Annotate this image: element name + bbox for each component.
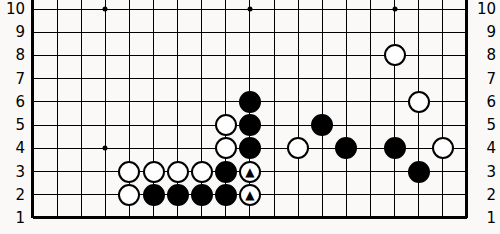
intersection-G3[interactable] xyxy=(166,160,190,183)
stone-white-H3[interactable] xyxy=(191,161,213,183)
intersection-N6[interactable] xyxy=(310,90,334,113)
intersection-H2[interactable] xyxy=(190,183,214,206)
intersection-F3[interactable] xyxy=(141,160,165,183)
row-label-left-2: 2 xyxy=(0,187,25,203)
intersection-E10[interactable] xyxy=(117,0,141,21)
intersection-R4[interactable] xyxy=(407,137,431,160)
intersection-P1[interactable] xyxy=(358,206,382,229)
row-label-right-9: 9 xyxy=(471,24,496,40)
intersection-G9[interactable] xyxy=(166,21,190,44)
stone-black-N5[interactable] xyxy=(311,114,333,136)
row-label-left-5: 5 xyxy=(0,117,25,133)
intersection-S3[interactable] xyxy=(431,160,455,183)
intersection-H5[interactable] xyxy=(190,113,214,136)
intersection-P6[interactable] xyxy=(358,90,382,113)
intersection-B3[interactable] xyxy=(45,160,69,183)
stone-black-K5[interactable] xyxy=(239,114,261,136)
intersection-F5[interactable] xyxy=(141,113,165,136)
intersection-E2[interactable] xyxy=(117,183,141,206)
intersection-L2[interactable] xyxy=(262,183,286,206)
intersection-Q3[interactable] xyxy=(383,160,407,183)
row-label-left-8: 8 xyxy=(0,47,25,63)
intersection-H3[interactable] xyxy=(190,160,214,183)
intersection-B9[interactable] xyxy=(45,21,69,44)
row-label-left-3: 3 xyxy=(0,164,25,180)
intersection-Q6[interactable] xyxy=(383,90,407,113)
intersection-E3[interactable] xyxy=(117,160,141,183)
intersection-O6[interactable] xyxy=(334,90,358,113)
intersection-N4[interactable] xyxy=(310,137,334,160)
stone-black-H2[interactable] xyxy=(191,184,213,206)
intersection-J8[interactable] xyxy=(214,44,238,67)
intersection-D3[interactable] xyxy=(93,160,117,183)
row-label-right-2: 2 xyxy=(471,187,496,203)
intersection-R1[interactable] xyxy=(407,206,431,229)
row-label-right-3: 3 xyxy=(471,164,496,180)
intersection-O7[interactable] xyxy=(334,67,358,90)
intersection-C1[interactable] xyxy=(69,206,93,229)
stone-white-E2[interactable] xyxy=(118,184,140,206)
intersection-O2[interactable] xyxy=(334,183,358,206)
intersection-M3[interactable] xyxy=(286,160,310,183)
intersection-L4[interactable] xyxy=(262,137,286,160)
stone-white-J4[interactable] xyxy=(215,137,237,159)
intersection-P5[interactable] xyxy=(358,113,382,136)
stone-white-R6[interactable] xyxy=(408,91,430,113)
row-label-left-10: 10 xyxy=(0,1,25,17)
intersection-P10[interactable] xyxy=(358,0,382,21)
intersection-G6[interactable] xyxy=(166,90,190,113)
intersection-K4[interactable] xyxy=(238,137,262,160)
intersection-E7[interactable] xyxy=(117,67,141,90)
intersection-S6[interactable] xyxy=(431,90,455,113)
intersection-K3[interactable]: ▲ xyxy=(238,160,262,183)
intersection-O9[interactable] xyxy=(334,21,358,44)
star-point-D10 xyxy=(103,7,108,12)
row-label-left-6: 6 xyxy=(0,94,25,110)
stone-black-J3[interactable] xyxy=(215,161,237,183)
intersection-S5[interactable] xyxy=(431,113,455,136)
intersection-E9[interactable] xyxy=(117,21,141,44)
intersection-C8[interactable] xyxy=(69,44,93,67)
intersection-Q2[interactable] xyxy=(383,183,407,206)
stone-white-E3[interactable] xyxy=(118,161,140,183)
stone-white-K2[interactable]: ▲ xyxy=(239,184,261,206)
intersection-H1[interactable] xyxy=(190,206,214,229)
intersection-K2[interactable]: ▲ xyxy=(238,183,262,206)
stone-white-K3[interactable]: ▲ xyxy=(239,161,261,183)
row-label-right-10: 10 xyxy=(471,1,496,17)
row-label-left-7: 7 xyxy=(0,71,25,87)
intersection-O10[interactable] xyxy=(334,0,358,21)
go-board-diagram: ▲▲ 10987654321 10987654321 xyxy=(0,0,500,234)
row-label-right-4: 4 xyxy=(471,140,496,156)
intersection-Q8[interactable] xyxy=(383,44,407,67)
intersection-G5[interactable] xyxy=(166,113,190,136)
intersection-C6[interactable] xyxy=(69,90,93,113)
intersection-F7[interactable] xyxy=(141,67,165,90)
intersection-R7[interactable] xyxy=(407,67,431,90)
intersection-P4[interactable] xyxy=(358,137,382,160)
stone-black-Q4[interactable] xyxy=(384,137,406,159)
intersection-S8[interactable] xyxy=(431,44,455,67)
intersection-M1[interactable] xyxy=(286,206,310,229)
intersection-M4[interactable] xyxy=(286,137,310,160)
intersection-C4[interactable] xyxy=(69,137,93,160)
intersection-O3[interactable] xyxy=(334,160,358,183)
intersection-H6[interactable] xyxy=(190,90,214,113)
intersection-C7[interactable] xyxy=(69,67,93,90)
intersection-B8[interactable] xyxy=(45,44,69,67)
intersection-P7[interactable] xyxy=(358,67,382,90)
intersection-G8[interactable] xyxy=(166,44,190,67)
intersection-O4[interactable] xyxy=(334,137,358,160)
stone-white-Q8[interactable] xyxy=(384,44,406,66)
intersection-Q5[interactable] xyxy=(383,113,407,136)
intersection-R8[interactable] xyxy=(407,44,431,67)
triangle-mark: ▲ xyxy=(245,188,254,200)
intersection-S2[interactable] xyxy=(431,183,455,206)
intersection-B10[interactable] xyxy=(45,0,69,21)
intersection-K5[interactable] xyxy=(238,113,262,136)
intersection-F6[interactable] xyxy=(141,90,165,113)
board-grid: ▲▲ xyxy=(21,0,479,230)
intersection-S4[interactable] xyxy=(431,137,455,160)
intersection-K8[interactable] xyxy=(238,44,262,67)
intersection-J1[interactable] xyxy=(214,206,238,229)
intersection-H4[interactable] xyxy=(190,137,214,160)
intersection-M9[interactable] xyxy=(286,21,310,44)
intersection-E5[interactable] xyxy=(117,113,141,136)
intersection-D5[interactable] xyxy=(93,113,117,136)
intersection-J7[interactable] xyxy=(214,67,238,90)
intersection-F10[interactable] xyxy=(141,0,165,21)
intersection-H8[interactable] xyxy=(190,44,214,67)
row-label-left-9: 9 xyxy=(0,24,25,40)
intersection-L6[interactable] xyxy=(262,90,286,113)
intersection-M10[interactable] xyxy=(286,0,310,21)
intersection-R3[interactable] xyxy=(407,160,431,183)
intersection-B1[interactable] xyxy=(45,206,69,229)
intersection-L9[interactable] xyxy=(262,21,286,44)
intersection-B5[interactable] xyxy=(45,113,69,136)
intersection-D7[interactable] xyxy=(93,67,117,90)
intersection-L10[interactable] xyxy=(262,0,286,21)
stone-black-O4[interactable] xyxy=(335,137,357,159)
intersection-N10[interactable] xyxy=(310,0,334,21)
row-label-left-4: 4 xyxy=(0,140,25,156)
row-label-right-8: 8 xyxy=(471,47,496,63)
intersection-R6[interactable] xyxy=(407,90,431,113)
intersection-R2[interactable] xyxy=(407,183,431,206)
triangle-mark: ▲ xyxy=(245,165,254,177)
intersection-K6[interactable] xyxy=(238,90,262,113)
stone-black-G2[interactable] xyxy=(167,184,189,206)
intersection-F4[interactable] xyxy=(141,137,165,160)
intersection-M6[interactable] xyxy=(286,90,310,113)
intersection-R5[interactable] xyxy=(407,113,431,136)
intersection-B6[interactable] xyxy=(45,90,69,113)
row-label-left-1: 1 xyxy=(0,210,25,226)
intersection-N5[interactable] xyxy=(310,113,334,136)
intersection-K9[interactable] xyxy=(238,21,262,44)
intersection-G7[interactable] xyxy=(166,67,190,90)
intersection-E1[interactable] xyxy=(117,206,141,229)
intersection-J2[interactable] xyxy=(214,183,238,206)
intersection-L7[interactable] xyxy=(262,67,286,90)
intersection-J4[interactable] xyxy=(214,137,238,160)
intersection-L5[interactable] xyxy=(262,113,286,136)
intersection-L3[interactable] xyxy=(262,160,286,183)
intersection-P9[interactable] xyxy=(358,21,382,44)
intersection-M5[interactable] xyxy=(286,113,310,136)
intersection-C3[interactable] xyxy=(69,160,93,183)
intersection-B2[interactable] xyxy=(45,183,69,206)
intersection-N9[interactable] xyxy=(310,21,334,44)
intersection-O8[interactable] xyxy=(334,44,358,67)
row-label-right-7: 7 xyxy=(471,71,496,87)
intersection-G2[interactable] xyxy=(166,183,190,206)
stone-white-F3[interactable] xyxy=(143,161,165,183)
intersection-Q9[interactable] xyxy=(383,21,407,44)
intersection-C2[interactable] xyxy=(69,183,93,206)
intersection-J9[interactable] xyxy=(214,21,238,44)
intersection-B7[interactable] xyxy=(45,67,69,90)
intersection-N7[interactable] xyxy=(310,67,334,90)
intersection-E4[interactable] xyxy=(117,137,141,160)
row-label-right-1: 1 xyxy=(471,210,496,226)
intersection-L1[interactable] xyxy=(262,206,286,229)
star-point-Q10 xyxy=(392,7,397,12)
intersection-L8[interactable] xyxy=(262,44,286,67)
intersection-O1[interactable] xyxy=(334,206,358,229)
intersection-J3[interactable] xyxy=(214,160,238,183)
stone-white-S4[interactable] xyxy=(432,137,454,159)
intersection-R9[interactable] xyxy=(407,21,431,44)
intersection-N1[interactable] xyxy=(310,206,334,229)
stone-white-J5[interactable] xyxy=(215,114,237,136)
intersection-S9[interactable] xyxy=(431,21,455,44)
row-label-right-6: 6 xyxy=(471,94,496,110)
intersection-P8[interactable] xyxy=(358,44,382,67)
row-label-right-5: 5 xyxy=(471,117,496,133)
intersection-Q1[interactable] xyxy=(383,206,407,229)
intersection-Q4[interactable] xyxy=(383,137,407,160)
intersection-D9[interactable] xyxy=(93,21,117,44)
intersection-M7[interactable] xyxy=(286,67,310,90)
intersection-J6[interactable] xyxy=(214,90,238,113)
stone-white-G3[interactable] xyxy=(167,161,189,183)
intersection-B4[interactable] xyxy=(45,137,69,160)
intersection-F2[interactable] xyxy=(141,183,165,206)
intersection-M8[interactable] xyxy=(286,44,310,67)
intersection-F8[interactable] xyxy=(141,44,165,67)
intersection-C10[interactable] xyxy=(69,0,93,21)
intersection-R10[interactable] xyxy=(407,0,431,21)
intersection-P2[interactable] xyxy=(358,183,382,206)
intersection-M2[interactable] xyxy=(286,183,310,206)
intersection-S10[interactable] xyxy=(431,0,455,21)
intersection-E8[interactable] xyxy=(117,44,141,67)
intersection-K1[interactable] xyxy=(238,206,262,229)
stone-black-K4[interactable] xyxy=(239,137,261,159)
stone-white-M4[interactable] xyxy=(287,137,309,159)
intersection-P3[interactable] xyxy=(358,160,382,183)
intersection-G10[interactable] xyxy=(166,0,190,21)
intersection-D2[interactable] xyxy=(93,183,117,206)
intersection-J5[interactable] xyxy=(214,113,238,136)
intersection-D1[interactable] xyxy=(93,206,117,229)
stone-black-R3[interactable] xyxy=(408,161,430,183)
star-point-K10 xyxy=(247,7,252,12)
intersection-K7[interactable] xyxy=(238,67,262,90)
intersection-D8[interactable] xyxy=(93,44,117,67)
intersection-J10[interactable] xyxy=(214,0,238,21)
intersection-C5[interactable] xyxy=(69,113,93,136)
intersection-N3[interactable] xyxy=(310,160,334,183)
intersection-G1[interactable] xyxy=(166,206,190,229)
intersection-F9[interactable] xyxy=(141,21,165,44)
stone-black-J2[interactable] xyxy=(215,184,237,206)
intersection-D6[interactable] xyxy=(93,90,117,113)
intersection-H7[interactable] xyxy=(190,67,214,90)
intersection-N2[interactable] xyxy=(310,183,334,206)
intersection-Q7[interactable] xyxy=(383,67,407,90)
stone-black-K6[interactable] xyxy=(239,91,261,113)
intersection-O5[interactable] xyxy=(334,113,358,136)
stone-black-F2[interactable] xyxy=(143,184,165,206)
intersection-F1[interactable] xyxy=(141,206,165,229)
star-point-D4 xyxy=(103,146,108,151)
intersection-H10[interactable] xyxy=(190,0,214,21)
intersection-E6[interactable] xyxy=(117,90,141,113)
intersection-S1[interactable] xyxy=(431,206,455,229)
intersection-N8[interactable] xyxy=(310,44,334,67)
intersection-G4[interactable] xyxy=(166,137,190,160)
intersection-S7[interactable] xyxy=(431,67,455,90)
intersection-H9[interactable] xyxy=(190,21,214,44)
intersection-C9[interactable] xyxy=(69,21,93,44)
